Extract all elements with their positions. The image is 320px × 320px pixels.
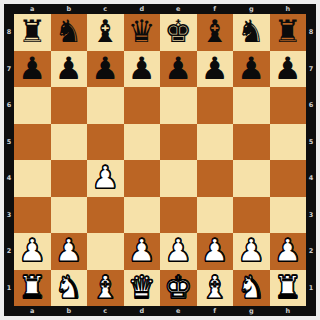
square-d8[interactable]: ♛ <box>124 14 161 51</box>
square-b8[interactable]: ♞ <box>51 14 88 51</box>
square-h1[interactable]: ♜ <box>270 270 307 307</box>
chessboard: ♜♞♝♛♚♝♞♜♟♟♟♟♟♟♟♟♟♟♟♟♟♟♟♟♜♞♝♛♚♝♞♜ <box>14 14 306 306</box>
rank-label-6: 6 <box>4 87 14 124</box>
rank-labels-right: 87654321 <box>306 14 316 306</box>
square-h2[interactable]: ♟ <box>270 233 307 270</box>
piece-black-pawn[interactable]: ♟ <box>128 51 156 87</box>
piece-white-pawn[interactable]: ♟ <box>128 233 156 269</box>
piece-black-pawn[interactable]: ♟ <box>91 51 119 87</box>
piece-white-rook[interactable]: ♜ <box>274 270 302 306</box>
rank-label-5: 5 <box>4 124 14 161</box>
file-label-h: h <box>270 4 307 14</box>
piece-white-pawn[interactable]: ♟ <box>18 233 46 269</box>
square-d6[interactable] <box>124 87 161 124</box>
square-f7[interactable]: ♟ <box>197 51 234 88</box>
piece-white-pawn[interactable]: ♟ <box>237 233 265 269</box>
rank-labels-left: 87654321 <box>4 14 14 306</box>
rank-label-7: 7 <box>306 51 316 88</box>
piece-white-king[interactable]: ♚ <box>164 270 192 306</box>
piece-black-rook[interactable]: ♜ <box>18 14 46 50</box>
square-a4[interactable] <box>14 160 51 197</box>
square-c3[interactable] <box>87 197 124 234</box>
square-g8[interactable]: ♞ <box>233 14 270 51</box>
file-label-d: d <box>124 4 161 14</box>
piece-black-knight[interactable]: ♞ <box>237 14 265 50</box>
square-e4[interactable] <box>160 160 197 197</box>
rank-label-7: 7 <box>4 51 14 88</box>
piece-white-bishop[interactable]: ♝ <box>201 270 229 306</box>
piece-black-pawn[interactable]: ♟ <box>237 51 265 87</box>
square-b1[interactable]: ♞ <box>51 270 88 307</box>
piece-white-pawn[interactable]: ♟ <box>164 233 192 269</box>
file-label-f: f <box>197 4 234 14</box>
piece-black-pawn[interactable]: ♟ <box>18 51 46 87</box>
square-d4[interactable] <box>124 160 161 197</box>
square-a3[interactable] <box>14 197 51 234</box>
square-b6[interactable] <box>51 87 88 124</box>
square-g3[interactable] <box>233 197 270 234</box>
piece-white-bishop[interactable]: ♝ <box>91 270 119 306</box>
square-f4[interactable] <box>197 160 234 197</box>
square-c7[interactable]: ♟ <box>87 51 124 88</box>
piece-white-pawn[interactable]: ♟ <box>91 160 119 196</box>
piece-black-knight[interactable]: ♞ <box>55 14 83 50</box>
square-h6[interactable] <box>270 87 307 124</box>
piece-black-pawn[interactable]: ♟ <box>274 51 302 87</box>
square-a8[interactable]: ♜ <box>14 14 51 51</box>
rank-label-3: 3 <box>4 197 14 234</box>
square-b3[interactable] <box>51 197 88 234</box>
piece-white-pawn[interactable]: ♟ <box>274 233 302 269</box>
square-e1[interactable]: ♚ <box>160 270 197 307</box>
square-h7[interactable]: ♟ <box>270 51 307 88</box>
square-h5[interactable] <box>270 124 307 161</box>
square-e2[interactable]: ♟ <box>160 233 197 270</box>
file-label-e: e <box>160 4 197 14</box>
rank-label-4: 4 <box>306 160 316 197</box>
square-e3[interactable] <box>160 197 197 234</box>
file-label-h: h <box>270 306 307 316</box>
chess-diagram: abcdefgh abcdefgh 87654321 87654321 ♜♞♝♛… <box>0 0 320 320</box>
piece-white-rook[interactable]: ♜ <box>18 270 46 306</box>
square-e8[interactable]: ♚ <box>160 14 197 51</box>
rank-label-5: 5 <box>306 124 316 161</box>
board-frame: abcdefgh abcdefgh 87654321 87654321 ♜♞♝♛… <box>4 4 316 316</box>
square-b4[interactable] <box>51 160 88 197</box>
square-a2[interactable]: ♟ <box>14 233 51 270</box>
rank-label-6: 6 <box>306 87 316 124</box>
file-label-e: e <box>160 306 197 316</box>
file-label-a: a <box>14 4 51 14</box>
file-labels-top: abcdefgh <box>14 4 306 14</box>
square-b2[interactable]: ♟ <box>51 233 88 270</box>
rank-label-3: 3 <box>306 197 316 234</box>
square-g5[interactable] <box>233 124 270 161</box>
piece-black-bishop[interactable]: ♝ <box>201 14 229 50</box>
file-labels-bottom: abcdefgh <box>14 306 306 316</box>
piece-black-rook[interactable]: ♜ <box>274 14 302 50</box>
square-f5[interactable] <box>197 124 234 161</box>
square-c8[interactable]: ♝ <box>87 14 124 51</box>
square-a5[interactable] <box>14 124 51 161</box>
square-f8[interactable]: ♝ <box>197 14 234 51</box>
square-c6[interactable] <box>87 87 124 124</box>
square-d5[interactable] <box>124 124 161 161</box>
square-d2[interactable]: ♟ <box>124 233 161 270</box>
square-g7[interactable]: ♟ <box>233 51 270 88</box>
piece-white-knight[interactable]: ♞ <box>237 270 265 306</box>
rank-label-8: 8 <box>306 14 316 51</box>
piece-black-queen[interactable]: ♛ <box>128 14 156 50</box>
square-e7[interactable]: ♟ <box>160 51 197 88</box>
square-c5[interactable] <box>87 124 124 161</box>
square-b5[interactable] <box>51 124 88 161</box>
file-label-b: b <box>51 306 88 316</box>
rank-label-2: 2 <box>306 233 316 270</box>
square-g2[interactable]: ♟ <box>233 233 270 270</box>
square-c2[interactable] <box>87 233 124 270</box>
square-c4[interactable]: ♟ <box>87 160 124 197</box>
square-e5[interactable] <box>160 124 197 161</box>
square-h4[interactable] <box>270 160 307 197</box>
rank-label-1: 1 <box>4 270 14 307</box>
piece-white-knight[interactable]: ♞ <box>55 270 83 306</box>
file-label-a: a <box>14 306 51 316</box>
square-a6[interactable] <box>14 87 51 124</box>
rank-label-8: 8 <box>4 14 14 51</box>
square-a1[interactable]: ♜ <box>14 270 51 307</box>
square-g1[interactable]: ♞ <box>233 270 270 307</box>
file-label-g: g <box>233 4 270 14</box>
piece-black-pawn[interactable]: ♟ <box>164 51 192 87</box>
piece-white-pawn[interactable]: ♟ <box>55 233 83 269</box>
square-g4[interactable] <box>233 160 270 197</box>
square-e6[interactable] <box>160 87 197 124</box>
square-g6[interactable] <box>233 87 270 124</box>
square-d1[interactable]: ♛ <box>124 270 161 307</box>
square-f6[interactable] <box>197 87 234 124</box>
square-f1[interactable]: ♝ <box>197 270 234 307</box>
square-f3[interactable] <box>197 197 234 234</box>
square-h8[interactable]: ♜ <box>270 14 307 51</box>
square-b7[interactable]: ♟ <box>51 51 88 88</box>
square-h3[interactable] <box>270 197 307 234</box>
square-d3[interactable] <box>124 197 161 234</box>
square-a7[interactable]: ♟ <box>14 51 51 88</box>
rank-label-2: 2 <box>4 233 14 270</box>
rank-label-4: 4 <box>4 160 14 197</box>
file-label-c: c <box>87 4 124 14</box>
piece-black-pawn[interactable]: ♟ <box>201 51 229 87</box>
file-label-d: d <box>124 306 161 316</box>
piece-black-king[interactable]: ♚ <box>164 14 192 50</box>
file-label-c: c <box>87 306 124 316</box>
piece-white-queen[interactable]: ♛ <box>128 270 156 306</box>
rank-label-1: 1 <box>306 270 316 307</box>
square-c1[interactable]: ♝ <box>87 270 124 307</box>
piece-white-pawn[interactable]: ♟ <box>201 233 229 269</box>
square-f2[interactable]: ♟ <box>197 233 234 270</box>
file-label-f: f <box>197 306 234 316</box>
piece-black-bishop[interactable]: ♝ <box>91 14 119 50</box>
square-d7[interactable]: ♟ <box>124 51 161 88</box>
file-label-b: b <box>51 4 88 14</box>
piece-black-pawn[interactable]: ♟ <box>55 51 83 87</box>
file-label-g: g <box>233 306 270 316</box>
